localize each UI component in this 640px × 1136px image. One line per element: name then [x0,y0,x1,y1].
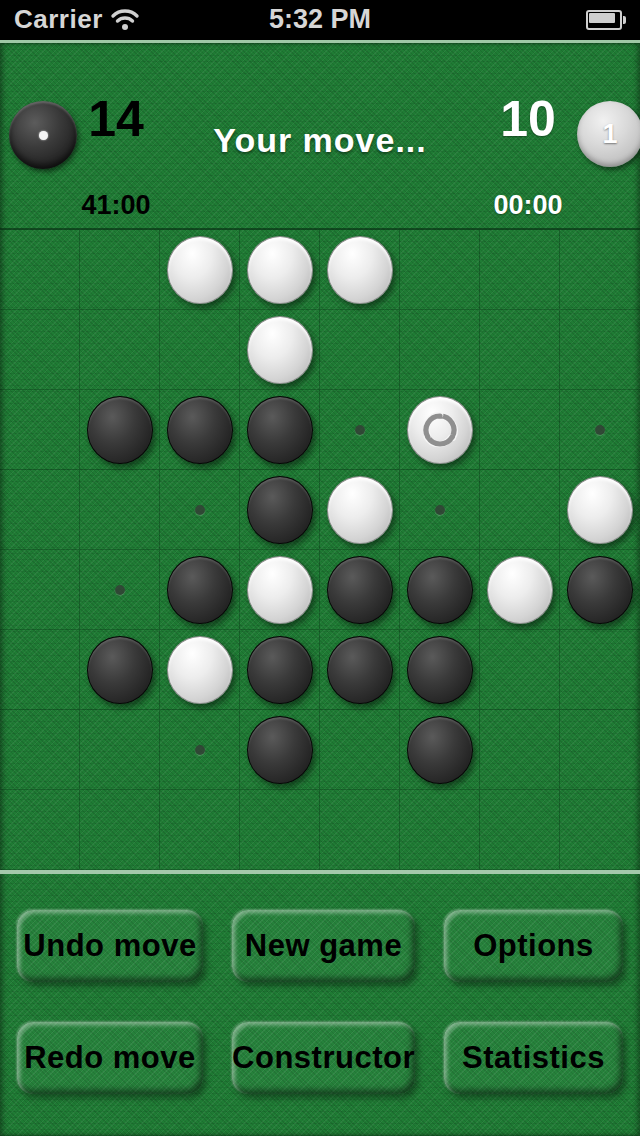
black-disc [407,636,473,704]
cell-h7[interactable] [560,710,640,790]
cell-c6[interactable] [160,630,240,710]
cell-d2[interactable] [240,310,320,390]
level-disc[interactable]: 1 [577,101,640,167]
cell-a3[interactable] [0,390,80,470]
white-disc [247,316,313,384]
cell-b7[interactable] [80,710,160,790]
black-disc [247,396,313,464]
cell-f8[interactable] [400,790,480,870]
cell-g7[interactable] [480,710,560,790]
cell-a8[interactable] [0,790,80,870]
black-disc [167,396,233,464]
cell-f5[interactable] [400,550,480,630]
cell-b8[interactable] [80,790,160,870]
button-row-1: Undo move New game Options [17,910,623,982]
cell-h1[interactable] [560,230,640,310]
cell-d4[interactable] [240,470,320,550]
cell-d1[interactable] [240,230,320,310]
cell-g6[interactable] [480,630,560,710]
turn-indicator-dot [39,131,48,140]
black-disc [87,636,153,704]
cell-c1[interactable] [160,230,240,310]
cell-b2[interactable] [80,310,160,390]
cell-a6[interactable] [0,630,80,710]
black-disc [327,556,393,624]
cell-h8[interactable] [560,790,640,870]
white-score: 10 [480,93,576,146]
hint-dot [355,425,365,435]
white-timer: 00:00 [480,191,576,219]
app-screen: Carrier 5:32 PM 14 41:00 Your move... 10… [0,0,640,1136]
cell-b6[interactable] [80,630,160,710]
button-row-2: Redo move Constructor Statistics [17,1022,623,1094]
status-bar: Carrier 5:32 PM [0,0,640,40]
cell-f6[interactable] [400,630,480,710]
black-disc [407,556,473,624]
white-disc [487,556,553,624]
black-disc [87,396,153,464]
cell-e6[interactable] [320,630,400,710]
constructor-button[interactable]: Constructor [232,1022,415,1094]
cell-e7[interactable] [320,710,400,790]
cell-d7[interactable] [240,710,320,790]
hint-dot [435,505,445,515]
cell-f3[interactable] [400,390,480,470]
cell-e8[interactable] [320,790,400,870]
cell-h3[interactable] [560,390,640,470]
cell-a1[interactable] [0,230,80,310]
cell-c4[interactable] [160,470,240,550]
white-disc [167,636,233,704]
cell-a7[interactable] [0,710,80,790]
cell-e5[interactable] [320,550,400,630]
last-move-disc [407,396,473,464]
undo-move-button[interactable]: Undo move [17,910,203,982]
cell-c8[interactable] [160,790,240,870]
cell-a4[interactable] [0,470,80,550]
cell-f1[interactable] [400,230,480,310]
hint-dot [595,425,605,435]
cell-g3[interactable] [480,390,560,470]
scoreboard: 14 41:00 Your move... 10 00:00 1 [0,43,640,228]
cell-a5[interactable] [0,550,80,630]
white-disc [567,476,633,544]
cell-g8[interactable] [480,790,560,870]
cell-c3[interactable] [160,390,240,470]
cell-e3[interactable] [320,390,400,470]
cell-g4[interactable] [480,470,560,550]
control-panel: Undo move New game Options Redo move Con… [0,874,640,1094]
cell-f7[interactable] [400,710,480,790]
cell-b1[interactable] [80,230,160,310]
swirl-icon [417,407,463,453]
cell-f2[interactable] [400,310,480,390]
white-disc [327,236,393,304]
black-disc [247,476,313,544]
cell-h5[interactable] [560,550,640,630]
black-score: 14 [68,93,164,146]
black-disc [407,716,473,784]
status-message: Your move... [160,121,480,160]
cell-a2[interactable] [0,310,80,390]
cell-b4[interactable] [80,470,160,550]
black-disc [327,636,393,704]
white-disc [247,236,313,304]
cell-c5[interactable] [160,550,240,630]
statistics-button[interactable]: Statistics [444,1022,623,1094]
cell-f4[interactable] [400,470,480,550]
options-button[interactable]: Options [444,910,623,982]
cell-d8[interactable] [240,790,320,870]
black-disc [247,716,313,784]
cell-e1[interactable] [320,230,400,310]
white-disc [327,476,393,544]
cell-e2[interactable] [320,310,400,390]
cell-h4[interactable] [560,470,640,550]
new-game-button[interactable]: New game [232,910,415,982]
reversi-board[interactable] [0,228,640,874]
level-label: 1 [602,119,617,150]
redo-move-button[interactable]: Redo move [17,1022,203,1094]
clock: 5:32 PM [0,4,640,35]
cell-c2[interactable] [160,310,240,390]
white-disc [247,556,313,624]
white-disc [167,236,233,304]
hint-dot [115,585,125,595]
battery-icon [586,10,630,30]
cell-h6[interactable] [560,630,640,710]
hint-dot [195,745,205,755]
black-disc [567,556,633,624]
cell-g5[interactable] [480,550,560,630]
cell-b5[interactable] [80,550,160,630]
cell-d5[interactable] [240,550,320,630]
black-disc [167,556,233,624]
cell-d6[interactable] [240,630,320,710]
cell-b3[interactable] [80,390,160,470]
cell-c7[interactable] [160,710,240,790]
cell-g2[interactable] [480,310,560,390]
cell-d3[interactable] [240,390,320,470]
felt-background: 14 41:00 Your move... 10 00:00 1 Undo mo… [0,40,640,1136]
hint-dot [195,505,205,515]
cell-e4[interactable] [320,470,400,550]
black-disc [247,636,313,704]
black-timer: 41:00 [68,191,164,219]
cell-g1[interactable] [480,230,560,310]
cell-h2[interactable] [560,310,640,390]
black-player-disc [9,101,77,169]
